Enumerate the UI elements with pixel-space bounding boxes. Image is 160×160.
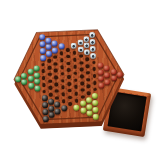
- marble-black[interactable]: [54, 102, 60, 108]
- hole-empty[interactable]: [93, 74, 97, 78]
- hole-empty[interactable]: [79, 54, 83, 58]
- hole-empty[interactable]: [67, 62, 71, 66]
- marble-red[interactable]: [111, 75, 117, 81]
- hole-empty[interactable]: [73, 58, 77, 62]
- hole-empty[interactable]: [67, 82, 71, 86]
- marble-blue[interactable]: [45, 37, 51, 43]
- hole-empty[interactable]: [60, 65, 64, 69]
- marble-blue[interactable]: [39, 48, 45, 54]
- marble-green[interactable]: [35, 85, 41, 91]
- marble-yellow[interactable]: [74, 104, 80, 110]
- marble-clear[interactable]: [90, 52, 96, 58]
- marble-red[interactable]: [117, 72, 123, 78]
- marble-yellow[interactable]: [80, 100, 86, 106]
- hole-empty[interactable]: [42, 83, 46, 87]
- marble-green[interactable]: [34, 79, 40, 85]
- marble-yellow[interactable]: [80, 107, 86, 113]
- marble-black[interactable]: [42, 102, 48, 108]
- marble-yellow[interactable]: [87, 110, 93, 116]
- hole-empty[interactable]: [86, 71, 90, 75]
- marble-green[interactable]: [28, 76, 34, 82]
- hole-empty[interactable]: [48, 86, 52, 90]
- hole-empty[interactable]: [66, 48, 70, 52]
- marble-yellow[interactable]: [92, 100, 98, 106]
- marble-blue[interactable]: [39, 41, 45, 47]
- marble-blue[interactable]: [39, 34, 45, 40]
- hole-empty[interactable]: [61, 79, 65, 83]
- board-holes-layer: [0, 0, 160, 160]
- hole-empty[interactable]: [61, 92, 65, 96]
- hole-empty[interactable]: [81, 95, 85, 99]
- hole-empty[interactable]: [68, 95, 72, 99]
- marble-yellow[interactable]: [93, 114, 99, 120]
- marble-blue[interactable]: [45, 44, 51, 50]
- hole-empty[interactable]: [62, 99, 66, 103]
- hole-empty[interactable]: [74, 92, 78, 96]
- hole-empty[interactable]: [54, 76, 58, 80]
- marble-black[interactable]: [42, 116, 48, 122]
- marble-red[interactable]: [104, 79, 110, 85]
- hole-empty[interactable]: [93, 81, 97, 85]
- marble-red[interactable]: [97, 62, 103, 68]
- marble-black[interactable]: [55, 108, 61, 114]
- marble-yellow[interactable]: [93, 107, 99, 113]
- marble-black[interactable]: [41, 95, 47, 101]
- hole-empty[interactable]: [74, 85, 78, 89]
- marble-black[interactable]: [48, 98, 54, 104]
- hole-empty[interactable]: [48, 66, 52, 70]
- marble-clear[interactable]: [71, 43, 77, 49]
- hole-empty[interactable]: [73, 71, 77, 75]
- hole-empty[interactable]: [74, 78, 78, 82]
- marble-red[interactable]: [98, 69, 104, 75]
- marble-black[interactable]: [48, 112, 54, 118]
- hole-empty[interactable]: [67, 75, 71, 79]
- hole-empty[interactable]: [60, 58, 64, 62]
- marble-blue[interactable]: [52, 47, 58, 53]
- marble-red[interactable]: [98, 76, 104, 82]
- hole-empty[interactable]: [41, 69, 45, 73]
- hole-empty[interactable]: [86, 78, 90, 82]
- hole-empty[interactable]: [92, 67, 96, 71]
- hole-empty[interactable]: [47, 59, 51, 63]
- hole-empty[interactable]: [54, 55, 58, 59]
- hole-empty[interactable]: [80, 68, 84, 72]
- marble-clear[interactable]: [90, 46, 96, 52]
- marble-red[interactable]: [98, 83, 104, 89]
- hole-empty[interactable]: [61, 72, 65, 76]
- marble-clear[interactable]: [84, 42, 90, 48]
- marble-yellow[interactable]: [92, 93, 98, 99]
- marble-clear[interactable]: [84, 49, 90, 55]
- hole-empty[interactable]: [42, 76, 46, 80]
- marble-green[interactable]: [21, 72, 27, 78]
- hole-empty[interactable]: [41, 63, 45, 67]
- marble-yellow[interactable]: [86, 97, 92, 103]
- hole-empty[interactable]: [87, 84, 91, 88]
- hole-empty[interactable]: [68, 102, 72, 106]
- hole-empty[interactable]: [80, 88, 84, 92]
- hole-empty[interactable]: [68, 89, 72, 93]
- marble-green[interactable]: [34, 72, 40, 78]
- hole-empty[interactable]: [48, 79, 52, 83]
- hole-empty[interactable]: [55, 89, 59, 93]
- hole-empty[interactable]: [80, 81, 84, 85]
- hole-empty[interactable]: [79, 61, 83, 65]
- hole-empty[interactable]: [67, 68, 71, 72]
- hole-empty[interactable]: [75, 99, 79, 103]
- marble-red[interactable]: [110, 69, 116, 75]
- marble-green[interactable]: [21, 79, 27, 85]
- hole-empty[interactable]: [55, 96, 59, 100]
- marble-black[interactable]: [61, 105, 67, 111]
- hole-empty[interactable]: [54, 62, 58, 66]
- hole-empty[interactable]: [55, 82, 59, 86]
- hole-empty[interactable]: [54, 69, 58, 73]
- hole-empty[interactable]: [60, 52, 64, 56]
- hole-empty[interactable]: [73, 65, 77, 69]
- hole-empty[interactable]: [48, 73, 52, 77]
- marble-green[interactable]: [15, 76, 21, 82]
- chinese-checkers-photo: [0, 0, 160, 160]
- hole-empty[interactable]: [80, 75, 84, 79]
- marble-clear[interactable]: [90, 32, 96, 38]
- hole-empty[interactable]: [93, 88, 97, 92]
- marble-clear[interactable]: [77, 39, 83, 45]
- marble-black[interactable]: [42, 109, 48, 115]
- marble-yellow[interactable]: [86, 104, 92, 110]
- marble-clear[interactable]: [90, 39, 96, 45]
- hole-empty[interactable]: [61, 86, 65, 90]
- hole-empty[interactable]: [85, 57, 89, 61]
- hole-empty[interactable]: [72, 51, 76, 55]
- marble-green[interactable]: [27, 69, 33, 75]
- hole-empty[interactable]: [86, 64, 90, 68]
- marble-red[interactable]: [104, 72, 110, 78]
- marble-clear[interactable]: [77, 46, 83, 52]
- hole-empty[interactable]: [66, 55, 70, 59]
- hole-empty[interactable]: [49, 93, 53, 97]
- marble-blue[interactable]: [58, 44, 64, 50]
- marble-black[interactable]: [48, 105, 54, 111]
- hole-empty[interactable]: [42, 90, 46, 94]
- marble-clear[interactable]: [83, 36, 89, 42]
- marble-green[interactable]: [28, 82, 34, 88]
- marble-blue[interactable]: [52, 40, 58, 46]
- marble-red[interactable]: [104, 65, 110, 71]
- marble-blue[interactable]: [40, 55, 46, 61]
- marble-blue[interactable]: [46, 51, 52, 57]
- hole-empty[interactable]: [87, 91, 91, 95]
- chinese-checkers-board: [0, 0, 160, 160]
- marble-green[interactable]: [34, 65, 40, 71]
- hole-empty[interactable]: [92, 60, 96, 64]
